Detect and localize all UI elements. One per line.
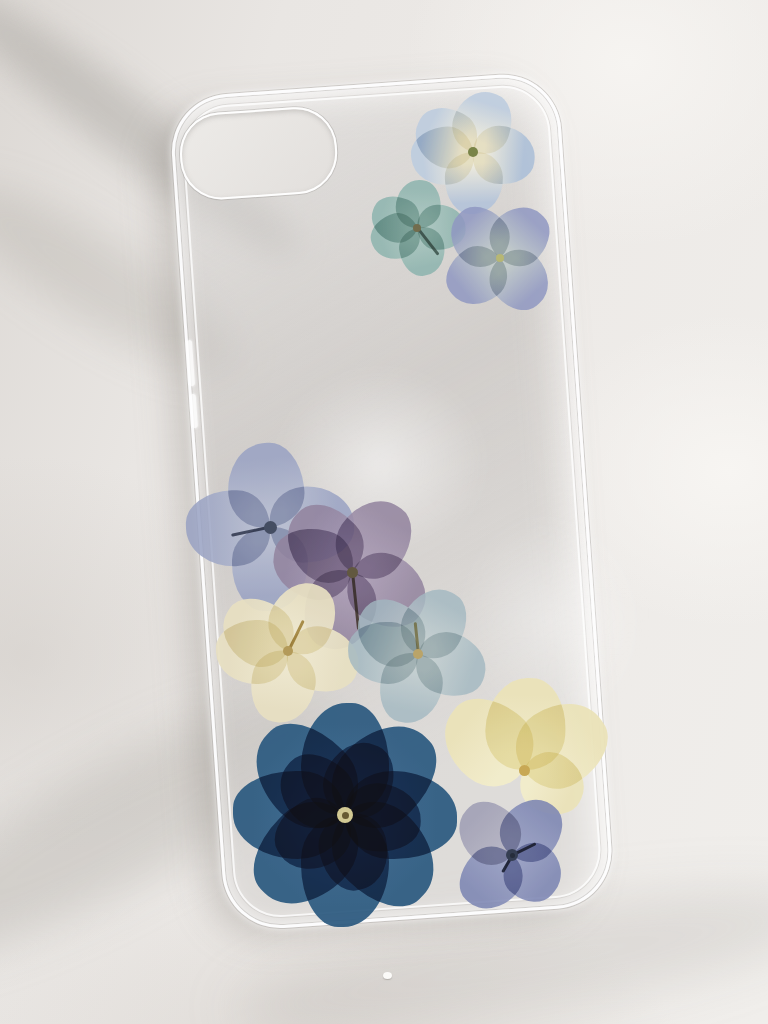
flower-center [519, 765, 530, 776]
flower-center [468, 147, 478, 157]
flower-center [496, 254, 504, 262]
photo-scene [0, 0, 768, 1024]
flower-center [413, 224, 421, 232]
fabric-crumb [383, 972, 392, 979]
flower-center-dot [510, 853, 515, 858]
flower-center [283, 646, 293, 656]
flower-petal [215, 619, 289, 685]
flowers-layer [0, 0, 768, 1024]
flower-center [264, 521, 277, 534]
flower-center-dot [342, 812, 349, 819]
flower-center [413, 649, 423, 659]
flower-petal [347, 621, 419, 685]
flower-center [347, 567, 358, 578]
